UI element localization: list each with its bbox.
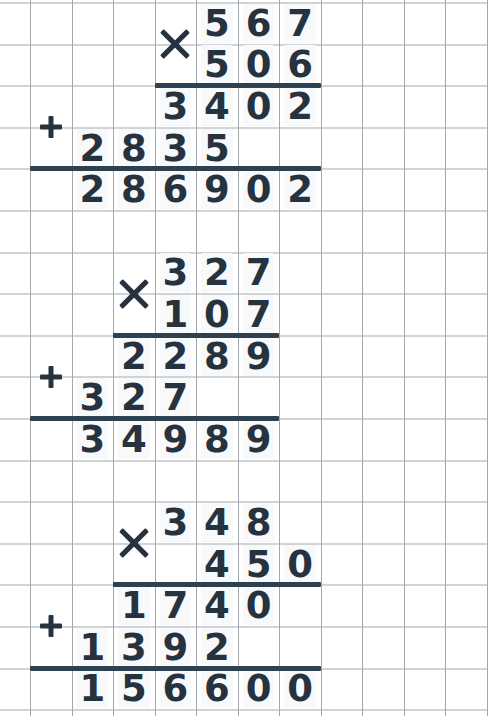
digit: 3 bbox=[76, 420, 108, 459]
digit: 2 bbox=[284, 87, 316, 126]
digit: 7 bbox=[160, 586, 192, 625]
digit: 4 bbox=[201, 545, 233, 584]
digit-cells-layer: 5675063402283528690232710722893273498934… bbox=[0, 0, 487, 710]
digit-cell: 2 bbox=[72, 127, 114, 169]
digit-cell: 3 bbox=[72, 418, 114, 460]
digit: 5 bbox=[243, 545, 275, 584]
digit: 7 bbox=[160, 378, 192, 417]
digit: 0 bbox=[284, 669, 316, 708]
digit-cell: 8 bbox=[113, 169, 155, 211]
digit-cell: 2 bbox=[196, 626, 238, 668]
digit: 2 bbox=[118, 378, 150, 417]
digit-cell: 2 bbox=[279, 86, 321, 128]
digit: 0 bbox=[243, 87, 275, 126]
digit-cell: 0 bbox=[238, 668, 280, 710]
digit-cell: 0 bbox=[238, 86, 280, 128]
digit-cell: 1 bbox=[72, 626, 114, 668]
digit: 1 bbox=[76, 628, 108, 667]
digit: 1 bbox=[118, 586, 150, 625]
digit: 7 bbox=[243, 295, 275, 334]
digit: 7 bbox=[243, 253, 275, 292]
digit: 3 bbox=[118, 628, 150, 667]
digit-cell: 4 bbox=[196, 585, 238, 627]
digit: 5 bbox=[201, 129, 233, 168]
worksheet-grid: 5675063402283528690232710722893273498934… bbox=[0, 0, 488, 716]
digit: 8 bbox=[201, 420, 233, 459]
digit-cell: 4 bbox=[113, 418, 155, 460]
digit: 0 bbox=[201, 295, 233, 334]
digit-cell: 9 bbox=[155, 418, 197, 460]
digit: 8 bbox=[201, 337, 233, 376]
digit: 2 bbox=[118, 337, 150, 376]
digit-cell: 1 bbox=[113, 585, 155, 627]
digit: 0 bbox=[243, 669, 275, 708]
digit: 9 bbox=[201, 170, 233, 209]
digit: 3 bbox=[160, 129, 192, 168]
digit-cell: 8 bbox=[113, 127, 155, 169]
digit: 2 bbox=[76, 170, 108, 209]
digit: 2 bbox=[284, 170, 316, 209]
digit: 8 bbox=[118, 129, 150, 168]
digit: 6 bbox=[243, 4, 275, 43]
digit-cell: 3 bbox=[155, 86, 197, 128]
digit-cell: 8 bbox=[238, 502, 280, 544]
digit: 0 bbox=[284, 545, 316, 584]
digit: 7 bbox=[284, 4, 316, 43]
digit: 0 bbox=[243, 170, 275, 209]
digit-cell: 0 bbox=[238, 585, 280, 627]
digit: 3 bbox=[160, 87, 192, 126]
digit-cell: 3 bbox=[155, 502, 197, 544]
digit-cell: 2 bbox=[72, 169, 114, 211]
digit-cell: 9 bbox=[196, 169, 238, 211]
digit: 5 bbox=[201, 45, 233, 84]
digit-cell: 6 bbox=[196, 668, 238, 710]
digit-cell: 4 bbox=[196, 86, 238, 128]
digit: 4 bbox=[201, 586, 233, 625]
digit: 8 bbox=[118, 170, 150, 209]
digit-cell: 1 bbox=[72, 668, 114, 710]
digit: 6 bbox=[201, 669, 233, 708]
digit-cell: 6 bbox=[238, 3, 280, 45]
digit: 3 bbox=[76, 378, 108, 417]
digit-cell: 7 bbox=[238, 294, 280, 336]
digit-cell: 2 bbox=[155, 335, 197, 377]
digit-cell: 4 bbox=[196, 543, 238, 585]
digit: 1 bbox=[160, 295, 192, 334]
digit-cell: 9 bbox=[155, 626, 197, 668]
digit-cell: 5 bbox=[196, 127, 238, 169]
digit: 4 bbox=[201, 87, 233, 126]
digit-cell: 7 bbox=[238, 252, 280, 294]
digit-cell: 5 bbox=[196, 3, 238, 45]
digit: 0 bbox=[243, 45, 275, 84]
digit: 4 bbox=[201, 503, 233, 542]
digit: 6 bbox=[160, 669, 192, 708]
digit: 0 bbox=[243, 586, 275, 625]
digit-cell: 5 bbox=[238, 543, 280, 585]
digit-cell: 2 bbox=[279, 169, 321, 211]
digit-cell: 3 bbox=[113, 626, 155, 668]
digit-cell: 3 bbox=[155, 127, 197, 169]
digit: 9 bbox=[160, 420, 192, 459]
digit-cell: 8 bbox=[196, 335, 238, 377]
digit-cell: 0 bbox=[279, 543, 321, 585]
digit-cell: 5 bbox=[196, 44, 238, 86]
digit: 6 bbox=[284, 45, 316, 84]
digit-cell: 7 bbox=[155, 377, 197, 419]
digit-cell: 7 bbox=[279, 3, 321, 45]
digit-cell: 0 bbox=[196, 294, 238, 336]
digit-cell: 0 bbox=[238, 169, 280, 211]
digit-cell: 2 bbox=[113, 335, 155, 377]
digit-cell: 2 bbox=[113, 377, 155, 419]
digit: 9 bbox=[160, 628, 192, 667]
digit-cell: 1 bbox=[155, 294, 197, 336]
digit-cell: 4 bbox=[196, 502, 238, 544]
digit-cell: 9 bbox=[238, 335, 280, 377]
digit-cell: 7 bbox=[155, 585, 197, 627]
digit: 2 bbox=[201, 628, 233, 667]
digit: 4 bbox=[118, 420, 150, 459]
digit-cell: 0 bbox=[279, 668, 321, 710]
digit: 2 bbox=[201, 253, 233, 292]
digit-cell: 8 bbox=[196, 418, 238, 460]
digit: 8 bbox=[243, 503, 275, 542]
digit: 5 bbox=[118, 669, 150, 708]
digit: 3 bbox=[160, 253, 192, 292]
digit-cell: 0 bbox=[238, 44, 280, 86]
digit: 1 bbox=[76, 669, 108, 708]
digit-cell: 5 bbox=[113, 668, 155, 710]
digit-cell: 9 bbox=[238, 418, 280, 460]
digit: 5 bbox=[201, 4, 233, 43]
digit-cell: 3 bbox=[155, 252, 197, 294]
digit-cell: 6 bbox=[279, 44, 321, 86]
digit-cell: 6 bbox=[155, 169, 197, 211]
digit: 9 bbox=[243, 337, 275, 376]
digit: 3 bbox=[160, 503, 192, 542]
digit: 2 bbox=[160, 337, 192, 376]
digit-cell: 2 bbox=[196, 252, 238, 294]
digit-cell: 3 bbox=[72, 377, 114, 419]
digit: 2 bbox=[76, 129, 108, 168]
digit: 9 bbox=[243, 420, 275, 459]
digit: 6 bbox=[160, 170, 192, 209]
digit-cell: 6 bbox=[155, 668, 197, 710]
